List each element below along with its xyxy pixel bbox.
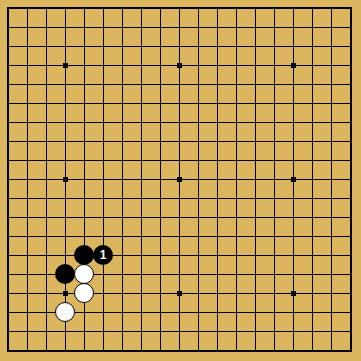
board-cell[interactable] bbox=[189, 75, 208, 94]
board-cell[interactable] bbox=[170, 94, 189, 113]
board-cell[interactable] bbox=[284, 265, 303, 284]
board-cell[interactable] bbox=[189, 170, 208, 189]
board-cell[interactable] bbox=[227, 246, 246, 265]
board-cell[interactable] bbox=[0, 170, 18, 189]
board-cell[interactable] bbox=[246, 322, 265, 341]
board-cell[interactable] bbox=[322, 0, 341, 18]
white-stone[interactable] bbox=[74, 264, 94, 284]
board-cell[interactable] bbox=[113, 113, 132, 132]
board-cell[interactable] bbox=[151, 208, 170, 227]
board-cell[interactable] bbox=[246, 132, 265, 151]
board-cell[interactable] bbox=[151, 132, 170, 151]
board-cell[interactable] bbox=[322, 37, 341, 56]
board-cell[interactable] bbox=[227, 170, 246, 189]
board-cell[interactable] bbox=[265, 56, 284, 75]
board-cell[interactable] bbox=[56, 151, 75, 170]
board-cell[interactable] bbox=[0, 132, 18, 151]
board-cell[interactable] bbox=[0, 151, 18, 170]
board-cell[interactable] bbox=[246, 113, 265, 132]
board-cell[interactable] bbox=[303, 246, 322, 265]
board-cell[interactable] bbox=[75, 18, 94, 37]
board-cell[interactable] bbox=[151, 303, 170, 322]
board-cell[interactable] bbox=[303, 94, 322, 113]
board-cell[interactable] bbox=[265, 170, 284, 189]
board-cell[interactable] bbox=[265, 208, 284, 227]
board-cell[interactable] bbox=[75, 341, 94, 360]
board-cell[interactable] bbox=[0, 189, 18, 208]
board-cell[interactable] bbox=[151, 56, 170, 75]
board-cell[interactable] bbox=[189, 94, 208, 113]
board-cell[interactable] bbox=[284, 341, 303, 360]
board-cell[interactable] bbox=[113, 75, 132, 94]
board-cell[interactable] bbox=[341, 284, 360, 303]
board-cell[interactable] bbox=[189, 322, 208, 341]
board-cell[interactable] bbox=[94, 132, 113, 151]
board-cell[interactable] bbox=[322, 18, 341, 37]
board-cell[interactable] bbox=[246, 227, 265, 246]
board-cell[interactable] bbox=[322, 265, 341, 284]
board-cell[interactable] bbox=[56, 56, 75, 75]
board-cell[interactable] bbox=[284, 303, 303, 322]
board-cell[interactable] bbox=[208, 0, 227, 18]
board-cell[interactable] bbox=[189, 208, 208, 227]
board-cell[interactable] bbox=[189, 284, 208, 303]
board-cell[interactable] bbox=[322, 132, 341, 151]
board-cell[interactable] bbox=[37, 189, 56, 208]
board-cell[interactable] bbox=[18, 113, 37, 132]
board-cell[interactable] bbox=[189, 151, 208, 170]
board-cell[interactable] bbox=[303, 265, 322, 284]
board-cell[interactable] bbox=[132, 151, 151, 170]
board-cell[interactable] bbox=[113, 208, 132, 227]
board-cell[interactable] bbox=[246, 189, 265, 208]
board-cell[interactable] bbox=[37, 284, 56, 303]
board-cell[interactable] bbox=[37, 341, 56, 360]
board-cell[interactable] bbox=[303, 227, 322, 246]
board-cell[interactable] bbox=[284, 37, 303, 56]
board-cell[interactable] bbox=[132, 113, 151, 132]
board-cell[interactable] bbox=[132, 170, 151, 189]
board-cell[interactable] bbox=[303, 151, 322, 170]
board-cell[interactable] bbox=[208, 322, 227, 341]
board-cell[interactable] bbox=[303, 37, 322, 56]
board-cell[interactable] bbox=[284, 75, 303, 94]
board-cell[interactable] bbox=[208, 151, 227, 170]
board-cell[interactable] bbox=[75, 151, 94, 170]
board-cell[interactable] bbox=[227, 151, 246, 170]
board-cell[interactable] bbox=[170, 189, 189, 208]
board-cell[interactable] bbox=[265, 37, 284, 56]
board-cell[interactable] bbox=[94, 208, 113, 227]
board-cell[interactable] bbox=[0, 113, 18, 132]
board-cell[interactable] bbox=[227, 189, 246, 208]
board-cell[interactable] bbox=[37, 151, 56, 170]
board-cell[interactable] bbox=[265, 132, 284, 151]
board-cell[interactable] bbox=[75, 113, 94, 132]
board-cell[interactable] bbox=[94, 151, 113, 170]
board-cell[interactable] bbox=[56, 132, 75, 151]
board-cell[interactable] bbox=[246, 18, 265, 37]
board-cell[interactable] bbox=[75, 265, 94, 284]
board-cell[interactable] bbox=[75, 0, 94, 18]
board-cell[interactable] bbox=[246, 151, 265, 170]
move-1-stone[interactable]: 1 bbox=[93, 245, 113, 265]
board-cell[interactable] bbox=[341, 322, 360, 341]
board-cell[interactable] bbox=[0, 208, 18, 227]
board-cell[interactable] bbox=[208, 170, 227, 189]
board-cell[interactable] bbox=[151, 265, 170, 284]
board-cell[interactable] bbox=[227, 132, 246, 151]
board-cell[interactable] bbox=[170, 132, 189, 151]
board-cell[interactable] bbox=[132, 37, 151, 56]
board-cell[interactable] bbox=[56, 227, 75, 246]
board-cell[interactable] bbox=[303, 322, 322, 341]
board-cell[interactable] bbox=[18, 56, 37, 75]
board-cell[interactable] bbox=[94, 341, 113, 360]
board-cell[interactable] bbox=[246, 37, 265, 56]
board-cell[interactable] bbox=[94, 322, 113, 341]
board-cell[interactable] bbox=[37, 265, 56, 284]
board-cell[interactable] bbox=[94, 170, 113, 189]
board-cell[interactable] bbox=[341, 170, 360, 189]
board-cell[interactable] bbox=[170, 227, 189, 246]
black-stone[interactable] bbox=[74, 245, 94, 265]
board-cell[interactable] bbox=[284, 151, 303, 170]
board-cell[interactable] bbox=[189, 341, 208, 360]
board-cell[interactable] bbox=[113, 132, 132, 151]
board-cell[interactable] bbox=[75, 227, 94, 246]
board-cell[interactable] bbox=[0, 303, 18, 322]
board-cell[interactable] bbox=[227, 227, 246, 246]
board-cell[interactable] bbox=[18, 94, 37, 113]
board-cell[interactable] bbox=[189, 37, 208, 56]
board-cell[interactable] bbox=[170, 37, 189, 56]
board-cell[interactable] bbox=[341, 151, 360, 170]
board-cell[interactable] bbox=[170, 170, 189, 189]
board-cell[interactable] bbox=[265, 227, 284, 246]
board-cell[interactable] bbox=[189, 56, 208, 75]
board-cell[interactable] bbox=[113, 18, 132, 37]
black-stone[interactable] bbox=[55, 264, 75, 284]
board-cell[interactable] bbox=[56, 265, 75, 284]
board-cell[interactable] bbox=[132, 265, 151, 284]
board-cell[interactable] bbox=[246, 56, 265, 75]
board-cell[interactable] bbox=[322, 341, 341, 360]
board-cell[interactable] bbox=[208, 18, 227, 37]
board-cell[interactable] bbox=[18, 37, 37, 56]
board-cell[interactable] bbox=[322, 303, 341, 322]
board-cell[interactable] bbox=[56, 18, 75, 37]
board-cell[interactable] bbox=[151, 341, 170, 360]
board-cell[interactable] bbox=[284, 113, 303, 132]
board-cell[interactable] bbox=[265, 75, 284, 94]
board-cell[interactable] bbox=[265, 284, 284, 303]
board-cell[interactable] bbox=[132, 189, 151, 208]
board-cell[interactable] bbox=[322, 246, 341, 265]
board-cell[interactable] bbox=[113, 37, 132, 56]
board-cell[interactable] bbox=[284, 56, 303, 75]
board-cell[interactable] bbox=[303, 189, 322, 208]
board-cell[interactable] bbox=[189, 227, 208, 246]
board-cell[interactable] bbox=[341, 37, 360, 56]
board-cell[interactable] bbox=[246, 265, 265, 284]
board-cell[interactable] bbox=[303, 208, 322, 227]
board-cell[interactable] bbox=[113, 246, 132, 265]
board-cell[interactable] bbox=[75, 37, 94, 56]
white-stone[interactable] bbox=[74, 283, 94, 303]
board-cell[interactable] bbox=[227, 56, 246, 75]
board-cell[interactable] bbox=[18, 208, 37, 227]
board-cell[interactable] bbox=[56, 94, 75, 113]
board-cell[interactable] bbox=[75, 94, 94, 113]
board-cell[interactable] bbox=[132, 94, 151, 113]
board-cell[interactable] bbox=[208, 113, 227, 132]
board-cell[interactable] bbox=[113, 265, 132, 284]
board-cell[interactable] bbox=[341, 246, 360, 265]
board-cell[interactable] bbox=[151, 151, 170, 170]
board-cell[interactable] bbox=[56, 189, 75, 208]
board-cell[interactable] bbox=[132, 56, 151, 75]
board-cell[interactable] bbox=[170, 75, 189, 94]
board-cell[interactable] bbox=[265, 303, 284, 322]
board-cell[interactable] bbox=[37, 56, 56, 75]
board-cell[interactable] bbox=[189, 0, 208, 18]
board-cell[interactable] bbox=[18, 246, 37, 265]
board-cell[interactable] bbox=[341, 75, 360, 94]
board-cell[interactable] bbox=[303, 132, 322, 151]
board-cell[interactable] bbox=[227, 37, 246, 56]
board-cell[interactable] bbox=[303, 75, 322, 94]
board-cell[interactable] bbox=[132, 227, 151, 246]
board-cell[interactable] bbox=[284, 322, 303, 341]
board-cell[interactable] bbox=[322, 208, 341, 227]
board-cell[interactable] bbox=[37, 170, 56, 189]
board-cell[interactable] bbox=[208, 132, 227, 151]
board-cell[interactable] bbox=[170, 113, 189, 132]
board-cell[interactable] bbox=[132, 132, 151, 151]
board-cell[interactable] bbox=[56, 37, 75, 56]
board-cell[interactable] bbox=[170, 303, 189, 322]
board-cell[interactable] bbox=[0, 75, 18, 94]
board-cell[interactable] bbox=[322, 75, 341, 94]
board-cell[interactable] bbox=[56, 113, 75, 132]
board-cell[interactable] bbox=[322, 113, 341, 132]
board-cell[interactable] bbox=[132, 284, 151, 303]
board-cell[interactable] bbox=[113, 189, 132, 208]
board-cell[interactable] bbox=[341, 303, 360, 322]
board-cell[interactable] bbox=[151, 227, 170, 246]
board-cell[interactable] bbox=[284, 189, 303, 208]
board-cell[interactable] bbox=[18, 341, 37, 360]
board-cell[interactable] bbox=[322, 94, 341, 113]
board-cell[interactable] bbox=[94, 37, 113, 56]
board-cell[interactable] bbox=[75, 170, 94, 189]
board-cell[interactable] bbox=[246, 341, 265, 360]
board-cell[interactable] bbox=[170, 246, 189, 265]
board-cell[interactable] bbox=[208, 227, 227, 246]
board-cell[interactable] bbox=[18, 151, 37, 170]
board-cell[interactable] bbox=[170, 284, 189, 303]
board-cell[interactable] bbox=[170, 0, 189, 18]
board-cell[interactable] bbox=[0, 18, 18, 37]
board-cell[interactable] bbox=[151, 284, 170, 303]
board-cell[interactable] bbox=[75, 208, 94, 227]
board-cell[interactable] bbox=[322, 227, 341, 246]
white-stone[interactable] bbox=[55, 302, 75, 322]
board-cell[interactable] bbox=[113, 94, 132, 113]
board-cell[interactable] bbox=[265, 189, 284, 208]
board-cell[interactable] bbox=[56, 303, 75, 322]
board-cell[interactable] bbox=[94, 56, 113, 75]
board-cell[interactable] bbox=[0, 56, 18, 75]
board-cell[interactable] bbox=[151, 94, 170, 113]
board-cell[interactable] bbox=[94, 113, 113, 132]
board-cell[interactable] bbox=[227, 284, 246, 303]
board-cell[interactable] bbox=[151, 170, 170, 189]
board-cell[interactable] bbox=[56, 75, 75, 94]
board-cell[interactable] bbox=[151, 37, 170, 56]
go-board-grid[interactable]: 1 bbox=[0, 0, 360, 360]
board-cell[interactable] bbox=[37, 37, 56, 56]
board-cell[interactable] bbox=[227, 341, 246, 360]
board-cell[interactable] bbox=[0, 284, 18, 303]
board-cell[interactable] bbox=[0, 246, 18, 265]
board-cell[interactable] bbox=[37, 322, 56, 341]
board-cell[interactable] bbox=[132, 341, 151, 360]
board-cell[interactable] bbox=[227, 113, 246, 132]
board-cell[interactable] bbox=[18, 0, 37, 18]
board-cell[interactable] bbox=[75, 246, 94, 265]
board-cell[interactable] bbox=[151, 246, 170, 265]
board-cell[interactable] bbox=[132, 75, 151, 94]
board-cell[interactable] bbox=[227, 208, 246, 227]
board-cell[interactable] bbox=[132, 303, 151, 322]
board-cell[interactable] bbox=[341, 265, 360, 284]
board-cell[interactable] bbox=[132, 246, 151, 265]
board-cell[interactable] bbox=[75, 132, 94, 151]
board-cell[interactable] bbox=[75, 56, 94, 75]
board-cell[interactable] bbox=[341, 132, 360, 151]
board-cell[interactable] bbox=[322, 189, 341, 208]
board-cell[interactable] bbox=[94, 189, 113, 208]
board-cell[interactable] bbox=[75, 284, 94, 303]
board-cell[interactable] bbox=[18, 227, 37, 246]
board-cell[interactable] bbox=[189, 113, 208, 132]
board-cell[interactable] bbox=[18, 265, 37, 284]
board-cell[interactable] bbox=[265, 341, 284, 360]
board-cell[interactable] bbox=[208, 208, 227, 227]
board-cell[interactable] bbox=[341, 56, 360, 75]
board-cell[interactable] bbox=[132, 322, 151, 341]
board-cell[interactable] bbox=[170, 341, 189, 360]
board-cell[interactable] bbox=[208, 246, 227, 265]
board-cell[interactable] bbox=[18, 322, 37, 341]
board-cell[interactable] bbox=[151, 113, 170, 132]
board-cell[interactable] bbox=[0, 265, 18, 284]
board-cell[interactable] bbox=[208, 56, 227, 75]
board-cell[interactable] bbox=[151, 322, 170, 341]
board-cell[interactable]: 1 bbox=[94, 246, 113, 265]
board-cell[interactable] bbox=[284, 94, 303, 113]
board-cell[interactable] bbox=[341, 208, 360, 227]
board-cell[interactable] bbox=[303, 56, 322, 75]
board-cell[interactable] bbox=[284, 227, 303, 246]
board-cell[interactable] bbox=[322, 284, 341, 303]
board-cell[interactable] bbox=[208, 303, 227, 322]
board-cell[interactable] bbox=[246, 94, 265, 113]
board-cell[interactable] bbox=[189, 18, 208, 37]
board-cell[interactable] bbox=[227, 18, 246, 37]
board-cell[interactable] bbox=[37, 246, 56, 265]
board-cell[interactable] bbox=[265, 113, 284, 132]
board-cell[interactable] bbox=[0, 227, 18, 246]
board-cell[interactable] bbox=[227, 94, 246, 113]
board-cell[interactable] bbox=[18, 132, 37, 151]
board-cell[interactable] bbox=[303, 113, 322, 132]
board-cell[interactable] bbox=[189, 132, 208, 151]
board-cell[interactable] bbox=[132, 18, 151, 37]
board-cell[interactable] bbox=[56, 208, 75, 227]
board-cell[interactable] bbox=[94, 75, 113, 94]
board-cell[interactable] bbox=[341, 94, 360, 113]
board-cell[interactable] bbox=[18, 75, 37, 94]
board-cell[interactable] bbox=[132, 0, 151, 18]
board-cell[interactable] bbox=[208, 341, 227, 360]
board-cell[interactable] bbox=[56, 0, 75, 18]
board-cell[interactable] bbox=[189, 246, 208, 265]
board-cell[interactable] bbox=[151, 0, 170, 18]
board-cell[interactable] bbox=[113, 170, 132, 189]
board-cell[interactable] bbox=[75, 303, 94, 322]
board-cell[interactable] bbox=[284, 208, 303, 227]
board-cell[interactable] bbox=[37, 18, 56, 37]
board-cell[interactable] bbox=[265, 0, 284, 18]
board-cell[interactable] bbox=[265, 151, 284, 170]
board-cell[interactable] bbox=[56, 322, 75, 341]
board-cell[interactable] bbox=[265, 18, 284, 37]
board-cell[interactable] bbox=[322, 170, 341, 189]
board-cell[interactable] bbox=[56, 284, 75, 303]
board-cell[interactable] bbox=[208, 265, 227, 284]
board-cell[interactable] bbox=[56, 246, 75, 265]
board-cell[interactable] bbox=[303, 284, 322, 303]
board-cell[interactable] bbox=[341, 227, 360, 246]
board-cell[interactable] bbox=[246, 303, 265, 322]
board-cell[interactable] bbox=[341, 113, 360, 132]
board-cell[interactable] bbox=[75, 75, 94, 94]
board-cell[interactable] bbox=[208, 189, 227, 208]
board-cell[interactable] bbox=[284, 170, 303, 189]
board-cell[interactable] bbox=[94, 265, 113, 284]
board-cell[interactable] bbox=[303, 0, 322, 18]
board-cell[interactable] bbox=[113, 322, 132, 341]
board-cell[interactable] bbox=[265, 322, 284, 341]
board-cell[interactable] bbox=[227, 75, 246, 94]
board-cell[interactable] bbox=[18, 284, 37, 303]
board-cell[interactable] bbox=[113, 227, 132, 246]
board-cell[interactable] bbox=[341, 0, 360, 18]
board-cell[interactable] bbox=[18, 303, 37, 322]
board-cell[interactable] bbox=[246, 75, 265, 94]
board-cell[interactable] bbox=[265, 94, 284, 113]
board-cell[interactable] bbox=[284, 246, 303, 265]
board-cell[interactable] bbox=[284, 0, 303, 18]
board-cell[interactable] bbox=[37, 0, 56, 18]
board-cell[interactable] bbox=[113, 284, 132, 303]
board-cell[interactable] bbox=[284, 132, 303, 151]
board-cell[interactable] bbox=[227, 303, 246, 322]
board-cell[interactable] bbox=[94, 284, 113, 303]
